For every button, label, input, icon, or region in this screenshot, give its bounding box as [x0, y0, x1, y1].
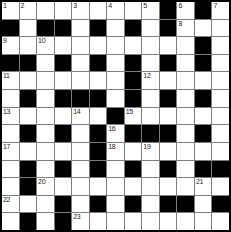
cell-r11c11[interactable]	[177, 178, 194, 195]
cell-r9c8[interactable]	[125, 143, 142, 160]
cell-r2c11[interactable]: 8	[177, 20, 194, 37]
clue-number-20: 20	[38, 178, 45, 186]
cell-r7c5[interactable]: 14	[72, 108, 89, 125]
blocked-cell-r2c6	[90, 20, 107, 37]
blocked-cell-r10c4	[55, 161, 72, 178]
cell-r7c6[interactable]	[90, 108, 107, 125]
blocked-cell-r4c4	[55, 55, 72, 72]
cell-r2c2[interactable]	[20, 20, 37, 37]
blocked-cell-r12c11	[177, 196, 194, 213]
blocked-cell-r2c8	[125, 20, 142, 37]
blocked-cell-r4c1	[2, 55, 19, 72]
cell-r1c7[interactable]: 4	[107, 2, 124, 19]
cell-r5c9[interactable]: 12	[142, 72, 159, 89]
cell-r13c9[interactable]	[142, 213, 159, 230]
cell-r7c2[interactable]	[20, 108, 37, 125]
cell-r13c7[interactable]	[107, 213, 124, 230]
blocked-cell-r6c12	[195, 90, 212, 107]
cell-r7c9[interactable]	[142, 108, 159, 125]
cell-r1c5[interactable]: 3	[72, 2, 89, 19]
blocked-cell-r2c4	[55, 20, 72, 37]
blocked-cell-r12c13	[212, 196, 229, 213]
blocked-cell-r6c4	[55, 90, 72, 107]
cell-r11c7[interactable]	[107, 178, 124, 195]
clue-number-14: 14	[73, 108, 80, 116]
cell-r11c1[interactable]	[2, 178, 19, 195]
blocked-cell-r5c8	[125, 72, 142, 89]
blocked-cell-r3c12	[195, 37, 212, 54]
blocked-cell-r10c2	[20, 161, 37, 178]
blocked-cell-r10c6	[90, 161, 107, 178]
cell-r3c9[interactable]	[142, 37, 159, 54]
blocked-cell-r12c10	[160, 196, 177, 213]
blocked-cell-r2c1	[2, 20, 19, 37]
cell-r9c10[interactable]	[160, 143, 177, 160]
clue-number-16: 16	[108, 125, 115, 133]
cell-r13c3[interactable]	[37, 213, 54, 230]
cell-r5c12[interactable]	[195, 72, 212, 89]
cell-r1c9[interactable]: 5	[142, 2, 159, 19]
clue-number-4: 4	[108, 2, 112, 10]
blocked-cell-r1c10	[160, 2, 177, 19]
blocked-cell-r10c10	[160, 161, 177, 178]
cell-r9c13[interactable]	[212, 143, 229, 160]
cell-r13c12[interactable]	[195, 213, 212, 230]
blocked-cell-r8c6	[90, 125, 107, 142]
blocked-cell-r4c10	[160, 55, 177, 72]
cell-r1c8[interactable]	[125, 2, 142, 19]
blocked-cell-r10c13	[212, 161, 229, 178]
cell-r3c8[interactable]	[125, 37, 142, 54]
cell-r2c5[interactable]	[72, 20, 89, 37]
blocked-cell-r13c4	[55, 213, 72, 230]
cell-r11c5[interactable]	[72, 178, 89, 195]
clue-number-21: 21	[196, 178, 203, 186]
blocked-cell-r12c4	[55, 196, 72, 213]
cell-r8c3[interactable]	[37, 125, 54, 142]
cell-r3c10[interactable]	[160, 37, 177, 54]
cell-r3c11[interactable]	[177, 37, 194, 54]
cell-r9c2[interactable]	[20, 143, 37, 160]
clue-number-11: 11	[3, 72, 10, 80]
blocked-cell-r8c2	[20, 125, 37, 142]
cell-r4c3[interactable]	[37, 55, 54, 72]
cell-r7c12[interactable]	[195, 108, 212, 125]
blocked-cell-r4c2	[20, 55, 37, 72]
cell-r12c7[interactable]	[107, 196, 124, 213]
cell-r11c4[interactable]	[55, 178, 72, 195]
blocked-cell-r6c10	[160, 90, 177, 107]
clue-number-19: 19	[143, 143, 150, 151]
blocked-cell-r8c9	[142, 125, 159, 142]
cell-r7c4[interactable]	[55, 108, 72, 125]
cell-r5c4[interactable]	[55, 72, 72, 89]
cell-r5c3[interactable]	[37, 72, 54, 89]
clue-number-6: 6	[178, 2, 182, 10]
cell-r13c8[interactable]	[125, 213, 142, 230]
cell-r1c4[interactable]	[55, 2, 72, 19]
cell-r10c7[interactable]	[107, 161, 124, 178]
blocked-cell-r2c3	[37, 20, 54, 37]
cell-r11c8[interactable]	[125, 178, 142, 195]
cell-r3c3[interactable]: 10	[37, 37, 54, 54]
blocked-cell-r12c6	[90, 196, 107, 213]
cell-r4c7[interactable]	[107, 55, 124, 72]
cell-r10c1[interactable]	[2, 161, 19, 178]
blocked-cell-r6c6	[90, 90, 107, 107]
cell-r3c2[interactable]	[20, 37, 37, 54]
cell-r13c13[interactable]	[212, 213, 229, 230]
cell-r3c13[interactable]	[212, 37, 229, 54]
clue-number-22: 22	[3, 196, 10, 204]
blocked-cell-r6c8	[125, 90, 142, 107]
cell-r11c3[interactable]: 20	[37, 178, 54, 195]
clue-number-15: 15	[126, 108, 133, 116]
blocked-cell-r4c6	[90, 55, 107, 72]
cell-r7c1[interactable]: 13	[2, 108, 19, 125]
cell-r7c11[interactable]	[177, 108, 194, 125]
cell-r9c3[interactable]	[37, 143, 54, 160]
cell-r11c9[interactable]	[142, 178, 159, 195]
clue-number-9: 9	[3, 37, 7, 45]
cell-r2c13[interactable]	[212, 20, 229, 37]
blocked-cell-r12c8	[125, 196, 142, 213]
cell-r13c11[interactable]	[177, 213, 194, 230]
cell-r12c1[interactable]: 22	[2, 196, 19, 213]
cell-r13c5[interactable]: 23	[72, 213, 89, 230]
clue-number-2: 2	[21, 2, 25, 10]
cell-r3c4[interactable]	[55, 37, 72, 54]
cell-r11c10[interactable]	[160, 178, 177, 195]
blocked-cell-r10c8	[125, 161, 142, 178]
cell-r6c1[interactable]	[2, 90, 19, 107]
cell-r4c9[interactable]	[142, 55, 159, 72]
blocked-cell-r10c12	[195, 161, 212, 178]
cell-r8c7[interactable]: 16	[107, 125, 124, 142]
cell-r2c7[interactable]	[107, 20, 124, 37]
clue-number-12: 12	[143, 72, 150, 80]
cell-r9c11[interactable]	[177, 143, 194, 160]
cell-r8c1[interactable]	[2, 125, 19, 142]
cell-r1c1[interactable]: 1	[2, 2, 19, 19]
clue-number-23: 23	[73, 213, 80, 221]
cell-r7c13[interactable]	[212, 108, 229, 125]
cell-r11c12[interactable]: 21	[195, 178, 212, 195]
cell-r7c10[interactable]	[160, 108, 177, 125]
cell-r10c9[interactable]	[142, 161, 159, 178]
blocked-cell-r13c2	[20, 213, 37, 230]
cell-r10c11[interactable]	[177, 161, 194, 178]
cell-r2c12[interactable]	[195, 20, 212, 37]
cell-r9c1[interactable]: 17	[2, 143, 19, 160]
cell-r10c5[interactable]	[72, 161, 89, 178]
crossword-board: 1234567891011121314151617181920212223	[0, 0, 231, 232]
cell-r3c1[interactable]: 9	[2, 37, 19, 54]
cell-r3c6[interactable]	[90, 37, 107, 54]
cell-r9c9[interactable]: 19	[142, 143, 159, 160]
cell-r6c9[interactable]	[142, 90, 159, 107]
blocked-cell-r4c8	[125, 55, 142, 72]
blocked-cell-r9c6	[90, 143, 107, 160]
blocked-cell-r11c2	[20, 178, 37, 195]
cell-r6c11[interactable]	[177, 90, 194, 107]
cell-r1c2[interactable]: 2	[20, 2, 37, 19]
cell-r12c9[interactable]	[142, 196, 159, 213]
cell-r12c3[interactable]	[37, 196, 54, 213]
cell-r7c3[interactable]	[37, 108, 54, 125]
cell-r4c13[interactable]	[212, 55, 229, 72]
cell-r4c11[interactable]	[177, 55, 194, 72]
cell-r12c2[interactable]	[20, 196, 37, 213]
blocked-cell-r1c12	[195, 2, 212, 19]
cell-r1c11[interactable]: 6	[177, 2, 194, 19]
cell-r11c13[interactable]	[212, 178, 229, 195]
clue-number-18: 18	[108, 143, 115, 151]
clue-number-10: 10	[38, 37, 45, 45]
cell-r11c6[interactable]	[90, 178, 107, 195]
cell-r6c7[interactable]	[107, 90, 124, 107]
clue-number-7: 7	[213, 2, 217, 10]
clue-number-8: 8	[178, 20, 182, 28]
clue-number-13: 13	[3, 108, 10, 116]
cell-r13c6[interactable]	[90, 213, 107, 230]
cell-r10c3[interactable]	[37, 161, 54, 178]
cell-r1c6[interactable]	[90, 2, 107, 19]
blocked-cell-r2c10	[160, 20, 177, 37]
cell-r8c5[interactable]	[72, 125, 89, 142]
cell-r5c11[interactable]	[177, 72, 194, 89]
cell-r12c5[interactable]	[72, 196, 89, 213]
cell-r1c13[interactable]: 7	[212, 2, 229, 19]
cell-r4c5[interactable]	[72, 55, 89, 72]
blocked-cell-r6c2	[20, 90, 37, 107]
cell-r9c12[interactable]	[195, 143, 212, 160]
cell-r2c9[interactable]	[142, 20, 159, 37]
blocked-cell-r6c5	[72, 90, 89, 107]
cell-r3c7[interactable]	[107, 37, 124, 54]
clue-number-3: 3	[73, 2, 77, 10]
cell-r5c2[interactable]	[20, 72, 37, 89]
blocked-cell-r7c7	[107, 108, 124, 125]
cell-r8c13[interactable]	[212, 125, 229, 142]
blocked-cell-r4c12	[195, 55, 212, 72]
clue-number-1: 1	[3, 2, 7, 10]
cell-r9c5[interactable]	[72, 143, 89, 160]
cell-r5c10[interactable]	[160, 72, 177, 89]
clue-number-17: 17	[3, 143, 10, 151]
cell-r3c5[interactable]	[72, 37, 89, 54]
blocked-cell-r8c4	[55, 125, 72, 142]
cell-r9c4[interactable]	[55, 143, 72, 160]
cell-r5c1[interactable]: 11	[2, 72, 19, 89]
cell-r12c12[interactable]	[195, 196, 212, 213]
cell-r6c13[interactable]	[212, 90, 229, 107]
cell-r1c3[interactable]	[37, 2, 54, 19]
cell-r13c1[interactable]	[2, 213, 19, 230]
cell-r13c10[interactable]	[160, 213, 177, 230]
blocked-cell-r8c10	[160, 125, 177, 142]
blocked-cell-r8c12	[195, 125, 212, 142]
blocked-cell-r8c8	[125, 125, 142, 142]
cell-r5c13[interactable]	[212, 72, 229, 89]
cell-r9c7[interactable]: 18	[107, 143, 124, 160]
cell-r5c5[interactable]	[72, 72, 89, 89]
cell-r8c11[interactable]	[177, 125, 194, 142]
cell-r7c8[interactable]: 15	[125, 108, 142, 125]
cell-r5c7[interactable]	[107, 72, 124, 89]
clue-number-5: 5	[143, 2, 147, 10]
cell-r5c6[interactable]	[90, 72, 107, 89]
cell-r6c3[interactable]	[37, 90, 54, 107]
